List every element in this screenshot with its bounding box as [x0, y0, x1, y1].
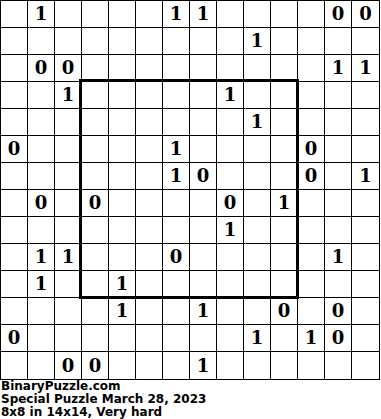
grid-cell-r6c6[interactable]	[136, 136, 163, 163]
grid-cell-r4c11[interactable]	[271, 82, 298, 109]
grid-cell-r7c1[interactable]	[1, 163, 28, 190]
grid-cell-r11c14[interactable]	[352, 271, 379, 298]
grid-cell-r7c14: 1	[352, 163, 379, 190]
grid-cell-r9c10[interactable]	[244, 217, 271, 244]
grid-cell-r13c14[interactable]	[352, 325, 379, 352]
grid-cell-r14c7[interactable]	[163, 352, 190, 379]
grid-cell-r2c4[interactable]	[82, 28, 109, 55]
grid-cell-r2c8[interactable]	[190, 28, 217, 55]
grid-cell-r10c5[interactable]	[109, 244, 136, 271]
grid-cell-r1c12[interactable]	[298, 1, 325, 28]
grid-cell-r12c4[interactable]	[82, 298, 109, 325]
puzzle-details: 8x8 in 14x14, Very hard	[1, 406, 380, 419]
grid-cell-r1c14: 0	[352, 1, 379, 28]
grid-cell-r14c12[interactable]	[298, 352, 325, 379]
grid-cell-r4c14[interactable]	[352, 82, 379, 109]
grid-cell-r11c1[interactable]	[1, 271, 28, 298]
grid-cell-r6c3[interactable]	[55, 136, 82, 163]
grid-cell-r7c3[interactable]	[55, 163, 82, 190]
grid-cell-r11c12[interactable]	[298, 271, 325, 298]
grid-cell-r8c11: 1	[271, 190, 298, 217]
grid-cell-r9c11[interactable]	[271, 217, 298, 244]
grid-cell-r10c3: 1	[55, 244, 82, 271]
grid-cell-r4c8[interactable]	[190, 82, 217, 109]
grid-cell-r6c14[interactable]	[352, 136, 379, 163]
grid-cell-r1c4[interactable]	[82, 1, 109, 28]
grid-cell-r3c4[interactable]	[82, 55, 109, 82]
grid-cell-r2c2[interactable]	[28, 28, 55, 55]
grid-cell-r13c10: 1	[244, 325, 271, 352]
grid-cell-r1c9[interactable]	[217, 1, 244, 28]
grid-cell-r12c13: 0	[325, 298, 352, 325]
grid-cell-r12c5: 1	[109, 298, 136, 325]
grid-cell-r4c1[interactable]	[1, 82, 28, 109]
grid-cell-r9c12[interactable]	[298, 217, 325, 244]
grid-cell-r8c4: 0	[82, 190, 109, 217]
grid-cell-r1c10[interactable]	[244, 1, 271, 28]
grid-cell-r11c5: 1	[109, 271, 136, 298]
grid-cell-r13c3[interactable]	[55, 325, 82, 352]
grid-cell-r2c12[interactable]	[298, 28, 325, 55]
grid-cell-r10c4[interactable]	[82, 244, 109, 271]
grid-cell-r7c4[interactable]	[82, 163, 109, 190]
grid-cell-r2c3[interactable]	[55, 28, 82, 55]
grid-cell-r13c11[interactable]	[271, 325, 298, 352]
grid-cell-r8c2: 0	[28, 190, 55, 217]
grid-cell-r7c9[interactable]	[217, 163, 244, 190]
grid-cell-r11c11[interactable]	[271, 271, 298, 298]
grid-cell-r8c12[interactable]	[298, 190, 325, 217]
grid-cell-r14c1[interactable]	[1, 352, 28, 379]
grid-cell-r12c6[interactable]	[136, 298, 163, 325]
grid-cell-r8c13[interactable]	[325, 190, 352, 217]
grid-cell-r11c8[interactable]	[190, 271, 217, 298]
grid-cell-r9c1[interactable]	[1, 217, 28, 244]
grid-cell-r10c2: 1	[28, 244, 55, 271]
grid-cell-r11c7[interactable]	[163, 271, 190, 298]
grid-cell-r14c10[interactable]	[244, 352, 271, 379]
grid-cell-r2c1[interactable]	[1, 28, 28, 55]
grid-cell-r10c7: 0	[163, 244, 190, 271]
grid-cell-r12c3[interactable]	[55, 298, 82, 325]
grid-cell-r8c8[interactable]	[190, 190, 217, 217]
grid-cell-r3c14: 1	[352, 55, 379, 82]
grid-cell-r11c2: 1	[28, 271, 55, 298]
grid-cell-r6c7: 1	[163, 136, 190, 163]
grid-cell-r8c5[interactable]	[109, 190, 136, 217]
grid-cell-r5c4[interactable]	[82, 109, 109, 136]
grid-cell-r7c5[interactable]	[109, 163, 136, 190]
grid-cell-r2c9[interactable]	[217, 28, 244, 55]
grid-cell-r8c9: 0	[217, 190, 244, 217]
grid-cell-r7c13[interactable]	[325, 163, 352, 190]
grid-cell-r10c1[interactable]	[1, 244, 28, 271]
grid-cell-r3c12[interactable]	[298, 55, 325, 82]
grid-cell-r4c7[interactable]	[163, 82, 190, 109]
grid-cell-r13c6[interactable]	[136, 325, 163, 352]
grid-cell-r1c11[interactable]	[271, 1, 298, 28]
grid-cell-r13c4[interactable]	[82, 325, 109, 352]
grid-cell-r9c5[interactable]	[109, 217, 136, 244]
grid-cell-r10c6[interactable]	[136, 244, 163, 271]
grid-cell-r7c2[interactable]	[28, 163, 55, 190]
grid-cell-r14c8: 1	[190, 352, 217, 379]
grid-cell-r13c5[interactable]	[109, 325, 136, 352]
grid-cell-r12c11: 0	[271, 298, 298, 325]
grid-cell-r8c6[interactable]	[136, 190, 163, 217]
grid-cell-r6c11[interactable]	[271, 136, 298, 163]
grid-cell-r4c12[interactable]	[298, 82, 325, 109]
grid-cell-r6c12: 0	[298, 136, 325, 163]
grid-cell-r8c3[interactable]	[55, 190, 82, 217]
grid-cell-r12c8: 1	[190, 298, 217, 325]
grid-cell-r9c13[interactable]	[325, 217, 352, 244]
grid-cell-r5c12[interactable]	[298, 109, 325, 136]
grid-cell-r14c14[interactable]	[352, 352, 379, 379]
grid-cell-r2c11[interactable]	[271, 28, 298, 55]
grid-cell-r7c11[interactable]	[271, 163, 298, 190]
grid-cell-r1c6[interactable]	[136, 1, 163, 28]
grid-cell-r12c7[interactable]	[163, 298, 190, 325]
grid-cell-r1c7: 1	[163, 1, 190, 28]
footer: BinaryPuzzle.com Special Puzzle March 28…	[1, 380, 380, 419]
binary-puzzle-page: 1110010011111010100100011110111110001100…	[0, 0, 381, 419]
grid-cell-r8c14[interactable]	[352, 190, 379, 217]
grid-cell-r14c4: 0	[82, 352, 109, 379]
grid-cell-r12c2[interactable]	[28, 298, 55, 325]
grid-cell-r9c6[interactable]	[136, 217, 163, 244]
grid-cell-r4c10[interactable]	[244, 82, 271, 109]
grid-cell-r10c12[interactable]	[298, 244, 325, 271]
grid-cell-r9c14[interactable]	[352, 217, 379, 244]
grid-cell-r12c12[interactable]	[298, 298, 325, 325]
grid-cell-r3c1[interactable]	[1, 55, 28, 82]
grid-cell-r12c1[interactable]	[1, 298, 28, 325]
grid-cell-r5c11[interactable]	[271, 109, 298, 136]
grid-cell-r10c10[interactable]	[244, 244, 271, 271]
grid-cell-r3c7[interactable]	[163, 55, 190, 82]
grid-cell-r9c2[interactable]	[28, 217, 55, 244]
grid-cell-r4c2[interactable]	[28, 82, 55, 109]
grid-cell-r4c4[interactable]	[82, 82, 109, 109]
grid-cell-r5c5[interactable]	[109, 109, 136, 136]
grid-cell-r5c6[interactable]	[136, 109, 163, 136]
grid-cell-r11c9[interactable]	[217, 271, 244, 298]
grid-cell-r1c1[interactable]	[1, 1, 28, 28]
grid-cell-r9c4[interactable]	[82, 217, 109, 244]
grid-cell-r3c3: 0	[55, 55, 82, 82]
grid-cell-r4c6[interactable]	[136, 82, 163, 109]
grid-cell-r2c10: 1	[244, 28, 271, 55]
grid-cell-r5c1[interactable]	[1, 109, 28, 136]
grid-cell-r14c2[interactable]	[28, 352, 55, 379]
grid-cell-r3c6[interactable]	[136, 55, 163, 82]
grid-cell-r14c9[interactable]	[217, 352, 244, 379]
grid-cell-r1c13: 0	[325, 1, 352, 28]
grid-cell-r6c13[interactable]	[325, 136, 352, 163]
grid-cell-r8c1[interactable]	[1, 190, 28, 217]
grid-cell-r2c6[interactable]	[136, 28, 163, 55]
grid-cell-r5c13[interactable]	[325, 109, 352, 136]
grid-cell-r14c5[interactable]	[109, 352, 136, 379]
grid-cell-r6c10[interactable]	[244, 136, 271, 163]
grid-cell-r14c3: 0	[55, 352, 82, 379]
grid-cell-r6c4[interactable]	[82, 136, 109, 163]
grid-cell-r3c5[interactable]	[109, 55, 136, 82]
grid-cell-r4c13[interactable]	[325, 82, 352, 109]
grid-cell-r1c3[interactable]	[55, 1, 82, 28]
grid-cell-r3c10[interactable]	[244, 55, 271, 82]
grid-cell-r6c5[interactable]	[109, 136, 136, 163]
grid-cell-r1c2: 1	[28, 1, 55, 28]
grid-cell-r11c13[interactable]	[325, 271, 352, 298]
grid-cell-r14c13[interactable]	[325, 352, 352, 379]
grid-cell-r13c2[interactable]	[28, 325, 55, 352]
grid-cell-r12c10[interactable]	[244, 298, 271, 325]
grid-cell-r10c9[interactable]	[217, 244, 244, 271]
grid-cell-r4c9: 1	[217, 82, 244, 109]
grid-cell-r13c12: 1	[298, 325, 325, 352]
grid-cell-r5c14[interactable]	[352, 109, 379, 136]
grid-cell-r6c8[interactable]	[190, 136, 217, 163]
grid-cell-r9c9: 1	[217, 217, 244, 244]
grid-cell-r6c1: 0	[1, 136, 28, 163]
grid-cell-r5c8[interactable]	[190, 109, 217, 136]
grid-cell-r13c9[interactable]	[217, 325, 244, 352]
grid-cell-r3c13: 1	[325, 55, 352, 82]
grid-cell-r12c14[interactable]	[352, 298, 379, 325]
grid-cell-r11c4[interactable]	[82, 271, 109, 298]
grid-cell-r2c14[interactable]	[352, 28, 379, 55]
grid-cell-r4c5[interactable]	[109, 82, 136, 109]
grid-cell-r5c3[interactable]	[55, 109, 82, 136]
grid-cell-r11c6[interactable]	[136, 271, 163, 298]
grid-cell-r3c8[interactable]	[190, 55, 217, 82]
grid-cell-r10c11[interactable]	[271, 244, 298, 271]
grid-cell-r13c13: 0	[325, 325, 352, 352]
puzzle-board: 1110010011111010100100011110111110001100…	[0, 0, 380, 380]
grid-cell-r11c10[interactable]	[244, 271, 271, 298]
grid-cell-r6c2[interactable]	[28, 136, 55, 163]
grid-cell-r12c9[interactable]	[217, 298, 244, 325]
grid-cell-r2c5[interactable]	[109, 28, 136, 55]
grid-cell-r13c8[interactable]	[190, 325, 217, 352]
grid-cell-r5c7[interactable]	[163, 109, 190, 136]
grid-cell-r13c7[interactable]	[163, 325, 190, 352]
grid-cell-r9c8[interactable]	[190, 217, 217, 244]
grid-cell-r2c13[interactable]	[325, 28, 352, 55]
grid-cell-r7c8: 0	[190, 163, 217, 190]
grid-cell-r9c7[interactable]	[163, 217, 190, 244]
grid-cell-r10c8[interactable]	[190, 244, 217, 271]
grid-cell-r3c2: 0	[28, 55, 55, 82]
grid-cell-r6c9[interactable]	[217, 136, 244, 163]
grid-cell-r1c5[interactable]	[109, 1, 136, 28]
grid-cell-r7c12: 0	[298, 163, 325, 190]
grid-cell-r9c3[interactable]	[55, 217, 82, 244]
grid-cell-r7c7: 1	[163, 163, 190, 190]
grid-cell-r8c7[interactable]	[163, 190, 190, 217]
grid-cell-r13c1: 0	[1, 325, 28, 352]
grid-cell-r11c3[interactable]	[55, 271, 82, 298]
grid-cell-r7c6[interactable]	[136, 163, 163, 190]
grid-cell-r4c3: 1	[55, 82, 82, 109]
grid-cell-r10c14[interactable]	[352, 244, 379, 271]
grid-cell-r3c9[interactable]	[217, 55, 244, 82]
grid-cell-r5c10: 1	[244, 109, 271, 136]
grid-cell-r3c11[interactable]	[271, 55, 298, 82]
grid-cell-r2c7[interactable]	[163, 28, 190, 55]
grid-cell-r8c10[interactable]	[244, 190, 271, 217]
grid-cell-r5c2[interactable]	[28, 109, 55, 136]
grid-cell-r1c8: 1	[190, 1, 217, 28]
grid-cell-r10c13: 1	[325, 244, 352, 271]
grid-cell-r7c10[interactable]	[244, 163, 271, 190]
grid-cell-r14c11[interactable]	[271, 352, 298, 379]
grid-cell-r5c9[interactable]	[217, 109, 244, 136]
grid-cell-r14c6[interactable]	[136, 352, 163, 379]
